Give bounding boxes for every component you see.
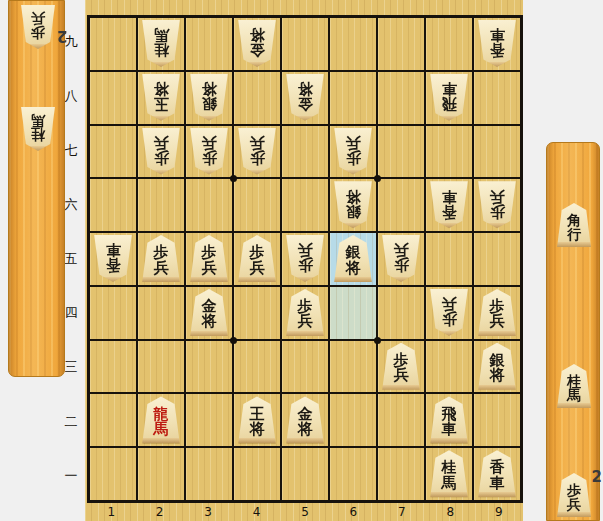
- shogi-piece-歩兵[interactable]: 歩兵: [285, 289, 325, 336]
- square-6-9[interactable]: [330, 18, 376, 70]
- shogi-app: 九八七六五四三二一 123456789 桂馬金将香車玉将銀将金将飛車歩兵歩兵歩兵…: [0, 0, 603, 521]
- hand-tray-top-player: 歩兵2桂馬: [8, 0, 65, 377]
- square-6-3[interactable]: [330, 341, 376, 393]
- square-4-2[interactable]: 王将: [234, 394, 280, 446]
- square-1-9[interactable]: [90, 18, 136, 70]
- shogi-piece-歩兵[interactable]: 歩兵: [285, 235, 325, 282]
- hoshi-dot: [230, 337, 237, 344]
- square-5-8[interactable]: 金将: [282, 72, 328, 124]
- hand-slot-桂馬: 桂馬: [20, 107, 56, 151]
- square-6-4[interactable]: [330, 287, 376, 339]
- square-1-2[interactable]: [90, 394, 136, 446]
- square-3-6[interactable]: [186, 179, 232, 231]
- square-6-2[interactable]: [330, 394, 376, 446]
- shogi-piece-銀将[interactable]: 銀将: [477, 343, 517, 390]
- square-9-3[interactable]: 銀将: [474, 341, 520, 393]
- shogi-piece-金将[interactable]: 金将: [285, 74, 325, 121]
- square-5-1[interactable]: [282, 448, 328, 500]
- shogi-piece-飛車[interactable]: 飛車: [429, 396, 469, 443]
- hand-slot-角行: 角行: [556, 203, 592, 247]
- square-2-2[interactable]: 龍馬: [138, 394, 184, 446]
- square-2-7[interactable]: 歩兵: [138, 126, 184, 178]
- square-3-2[interactable]: [186, 394, 232, 446]
- shogi-piece-金将[interactable]: 金将: [237, 20, 277, 67]
- square-9-8[interactable]: [474, 72, 520, 124]
- square-5-4[interactable]: 歩兵: [282, 287, 328, 339]
- square-8-2[interactable]: 飛車: [426, 394, 472, 446]
- shogi-piece-銀将[interactable]: 銀将: [333, 181, 373, 228]
- square-4-1[interactable]: [234, 448, 280, 500]
- square-4-9[interactable]: 金将: [234, 18, 280, 70]
- square-1-4[interactable]: [90, 287, 136, 339]
- shogi-piece-王将[interactable]: 王将: [237, 396, 277, 443]
- square-2-4[interactable]: [138, 287, 184, 339]
- square-5-3[interactable]: [282, 341, 328, 393]
- hand-slot-歩兵: 歩兵2: [20, 5, 56, 49]
- hand-tray-bottom-player: 角行桂馬歩兵2: [546, 142, 600, 521]
- square-6-8[interactable]: [330, 72, 376, 124]
- shogi-piece-歩兵[interactable]: 歩兵: [333, 128, 373, 175]
- square-9-6[interactable]: 歩兵: [474, 179, 520, 231]
- square-9-5[interactable]: [474, 233, 520, 285]
- square-2-9[interactable]: 桂馬: [138, 18, 184, 70]
- square-7-3[interactable]: 歩兵: [378, 341, 424, 393]
- square-8-6[interactable]: 香車: [426, 179, 472, 231]
- rank-label: 二: [57, 395, 85, 449]
- square-5-2[interactable]: 金将: [282, 394, 328, 446]
- shogi-piece-歩兵[interactable]: 歩兵: [20, 5, 56, 49]
- square-4-3[interactable]: [234, 341, 280, 393]
- hand-count: 2: [57, 27, 67, 45]
- square-8-7[interactable]: [426, 126, 472, 178]
- square-4-6[interactable]: [234, 179, 280, 231]
- square-8-1[interactable]: 桂馬: [426, 448, 472, 500]
- hoshi-dot: [374, 337, 381, 344]
- hand-slot-歩兵: 歩兵2: [556, 473, 592, 517]
- square-2-3[interactable]: [138, 341, 184, 393]
- shogi-piece-香車[interactable]: 香車: [429, 181, 469, 228]
- square-8-8[interactable]: 飛車: [426, 72, 472, 124]
- square-7-7[interactable]: [378, 126, 424, 178]
- file-label: 6: [329, 503, 377, 521]
- square-2-6[interactable]: [138, 179, 184, 231]
- square-5-5[interactable]: 歩兵: [282, 233, 328, 285]
- square-5-7[interactable]: [282, 126, 328, 178]
- shogi-piece-桂馬[interactable]: 桂馬: [429, 450, 469, 497]
- square-6-1[interactable]: [330, 448, 376, 500]
- shogi-piece-歩兵[interactable]: 歩兵: [189, 235, 229, 282]
- file-label: 5: [281, 503, 329, 521]
- square-4-5[interactable]: 歩兵: [234, 233, 280, 285]
- square-6-5[interactable]: 銀将: [330, 233, 376, 285]
- square-7-2[interactable]: [378, 394, 424, 446]
- shogi-piece-歩兵[interactable]: 歩兵: [189, 128, 229, 175]
- shogi-piece-桂馬[interactable]: 桂馬: [141, 20, 181, 67]
- shogi-piece-金将[interactable]: 金将: [189, 289, 229, 336]
- square-3-7[interactable]: 歩兵: [186, 126, 232, 178]
- shogi-piece-歩兵[interactable]: 歩兵: [141, 128, 181, 175]
- shogi-piece-歩兵[interactable]: 歩兵: [141, 235, 181, 282]
- square-3-3[interactable]: [186, 341, 232, 393]
- file-label: 1: [87, 503, 135, 521]
- shogi-piece-歩兵[interactable]: 歩兵: [381, 343, 421, 390]
- square-3-4[interactable]: 金将: [186, 287, 232, 339]
- square-1-7[interactable]: [90, 126, 136, 178]
- shogi-piece-金将[interactable]: 金将: [285, 396, 325, 443]
- shogi-piece-香車[interactable]: 香車: [477, 20, 517, 67]
- shogi-piece-歩兵[interactable]: 歩兵: [477, 181, 517, 228]
- square-9-4[interactable]: 歩兵: [474, 287, 520, 339]
- square-8-4[interactable]: 歩兵: [426, 287, 472, 339]
- shogi-piece-銀将[interactable]: 銀将: [189, 74, 229, 121]
- shogi-piece-歩兵[interactable]: 歩兵: [477, 289, 517, 336]
- square-7-4[interactable]: [378, 287, 424, 339]
- square-1-1[interactable]: [90, 448, 136, 500]
- square-7-1[interactable]: [378, 448, 424, 500]
- square-1-3[interactable]: [90, 341, 136, 393]
- square-9-9[interactable]: 香車: [474, 18, 520, 70]
- square-8-3[interactable]: [426, 341, 472, 393]
- square-3-5[interactable]: 歩兵: [186, 233, 232, 285]
- shogi-piece-歩兵[interactable]: 歩兵: [381, 235, 421, 282]
- square-7-6[interactable]: [378, 179, 424, 231]
- shogi-piece-香車[interactable]: 香車: [477, 450, 517, 497]
- shogi-piece-玉将[interactable]: 玉将: [141, 74, 181, 121]
- file-label: 9: [475, 503, 523, 521]
- shogi-piece-歩兵[interactable]: 歩兵: [237, 235, 277, 282]
- shogi-piece-銀将[interactable]: 銀将: [333, 235, 373, 282]
- square-6-7[interactable]: 歩兵: [330, 126, 376, 178]
- board-grid: 桂馬金将香車玉将銀将金将飛車歩兵歩兵歩兵歩兵銀将香車歩兵香車歩兵歩兵歩兵歩兵銀将…: [87, 15, 523, 503]
- square-3-8[interactable]: 銀将: [186, 72, 232, 124]
- hand-count: 2: [592, 468, 602, 486]
- rank-label: 一: [57, 449, 85, 503]
- square-5-9[interactable]: [282, 18, 328, 70]
- shogi-piece-桂馬[interactable]: 桂馬: [556, 364, 592, 408]
- shogi-piece-桂馬[interactable]: 桂馬: [20, 107, 56, 151]
- file-label: 4: [232, 503, 280, 521]
- file-label: 3: [184, 503, 232, 521]
- square-5-6[interactable]: [282, 179, 328, 231]
- square-8-9[interactable]: [426, 18, 472, 70]
- square-3-1[interactable]: [186, 448, 232, 500]
- hand-slot-桂馬: 桂馬: [556, 364, 592, 408]
- square-4-8[interactable]: [234, 72, 280, 124]
- square-9-1[interactable]: 香車: [474, 448, 520, 500]
- square-2-5[interactable]: 歩兵: [138, 233, 184, 285]
- shogi-piece-龍馬[interactable]: 龍馬: [141, 396, 181, 443]
- square-1-5[interactable]: 香車: [90, 233, 136, 285]
- square-7-8[interactable]: [378, 72, 424, 124]
- square-7-5[interactable]: 歩兵: [378, 233, 424, 285]
- shogi-piece-歩兵[interactable]: 歩兵: [556, 473, 592, 517]
- shogi-piece-香車[interactable]: 香車: [93, 235, 133, 282]
- square-4-7[interactable]: 歩兵: [234, 126, 280, 178]
- square-1-8[interactable]: [90, 72, 136, 124]
- hoshi-dot: [230, 175, 237, 182]
- square-6-6[interactable]: 銀将: [330, 179, 376, 231]
- square-9-7[interactable]: [474, 126, 520, 178]
- hoshi-dot: [374, 175, 381, 182]
- file-labels: 123456789: [87, 503, 523, 521]
- shogi-piece-飛車[interactable]: 飛車: [429, 74, 469, 121]
- file-label: 2: [135, 503, 183, 521]
- square-4-4[interactable]: [234, 287, 280, 339]
- square-2-1[interactable]: [138, 448, 184, 500]
- square-1-6[interactable]: [90, 179, 136, 231]
- square-9-2[interactable]: [474, 394, 520, 446]
- square-7-9[interactable]: [378, 18, 424, 70]
- shogi-piece-歩兵[interactable]: 歩兵: [237, 128, 277, 175]
- shogi-piece-歩兵[interactable]: 歩兵: [429, 289, 469, 336]
- file-label: 7: [378, 503, 426, 521]
- square-2-8[interactable]: 玉将: [138, 72, 184, 124]
- shogi-piece-角行[interactable]: 角行: [556, 203, 592, 247]
- file-label: 8: [426, 503, 474, 521]
- square-3-9[interactable]: [186, 18, 232, 70]
- square-8-5[interactable]: [426, 233, 472, 285]
